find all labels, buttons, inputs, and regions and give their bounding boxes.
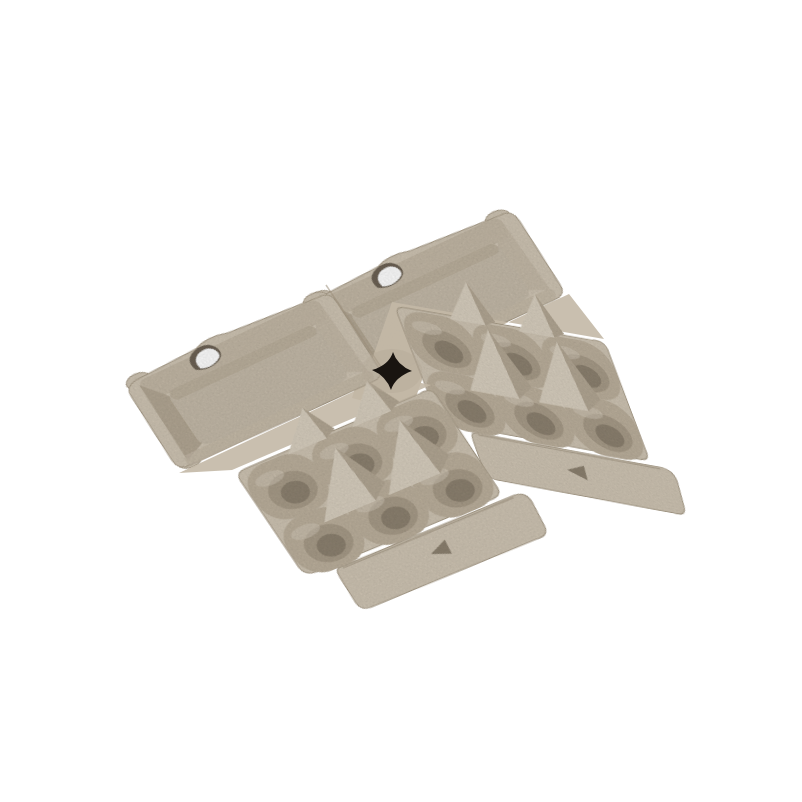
egg-carton-product-photo xyxy=(0,0,802,802)
